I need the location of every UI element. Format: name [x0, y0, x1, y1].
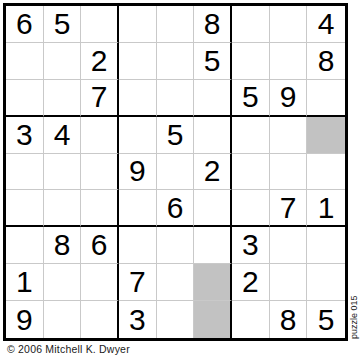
- cell-r9c6[interactable]: [194, 301, 232, 338]
- cell-r8c7: 2: [232, 264, 270, 301]
- cell-r5c4: 9: [119, 154, 157, 191]
- cell-r4c3[interactable]: [81, 117, 119, 154]
- cell-r1c7[interactable]: [232, 6, 270, 43]
- cell-r2c2[interactable]: [44, 43, 82, 80]
- cell-r5c8[interactable]: [270, 154, 308, 191]
- cell-r6c7[interactable]: [232, 190, 270, 227]
- cell-r9c4: 3: [119, 301, 157, 338]
- cell-r4c7[interactable]: [232, 117, 270, 154]
- cell-r3c8: 9: [270, 80, 308, 117]
- cell-r4c1: 3: [6, 117, 44, 154]
- cell-r3c7: 5: [232, 80, 270, 117]
- cell-r2c3: 2: [81, 43, 119, 80]
- cell-r5c7[interactable]: [232, 154, 270, 191]
- cell-r3c9[interactable]: [307, 80, 345, 117]
- cell-r6c1[interactable]: [6, 190, 44, 227]
- cell-r8c3[interactable]: [81, 264, 119, 301]
- cell-r3c5[interactable]: [157, 80, 195, 117]
- cell-r5c6: 2: [194, 154, 232, 191]
- cell-r9c9: 5: [307, 301, 345, 338]
- cell-r2c6: 5: [194, 43, 232, 80]
- cell-r7c9[interactable]: [307, 227, 345, 264]
- sudoku-board: 6584258759345926718631729385: [3, 3, 348, 341]
- cell-r5c2[interactable]: [44, 154, 82, 191]
- cell-r7c6[interactable]: [194, 227, 232, 264]
- cell-r6c9: 1: [307, 190, 345, 227]
- cell-r2c4[interactable]: [119, 43, 157, 80]
- cell-r6c5: 6: [157, 190, 195, 227]
- cell-r2c9: 8: [307, 43, 345, 80]
- cell-r1c9: 4: [307, 6, 345, 43]
- cell-r8c8[interactable]: [270, 264, 308, 301]
- cell-r9c3[interactable]: [81, 301, 119, 338]
- cell-r9c8: 8: [270, 301, 308, 338]
- cell-r5c3[interactable]: [81, 154, 119, 191]
- cell-r3c4[interactable]: [119, 80, 157, 117]
- cell-r9c7[interactable]: [232, 301, 270, 338]
- cell-r8c9[interactable]: [307, 264, 345, 301]
- cell-r9c1: 9: [6, 301, 44, 338]
- cell-r7c2: 8: [44, 227, 82, 264]
- cell-r4c6[interactable]: [194, 117, 232, 154]
- cell-r4c9[interactable]: [307, 117, 345, 154]
- cell-r1c4[interactable]: [119, 6, 157, 43]
- cell-r1c1: 6: [6, 6, 44, 43]
- cell-r8c5[interactable]: [157, 264, 195, 301]
- cell-r6c4[interactable]: [119, 190, 157, 227]
- cell-r1c2: 5: [44, 6, 82, 43]
- cell-r7c3: 6: [81, 227, 119, 264]
- cell-r2c1[interactable]: [6, 43, 44, 80]
- cell-r2c8[interactable]: [270, 43, 308, 80]
- cell-r8c4: 7: [119, 264, 157, 301]
- cell-r5c1[interactable]: [6, 154, 44, 191]
- cell-r1c3[interactable]: [81, 6, 119, 43]
- cell-r3c2[interactable]: [44, 80, 82, 117]
- cell-r2c7[interactable]: [232, 43, 270, 80]
- cell-r8c2[interactable]: [44, 264, 82, 301]
- cell-r7c8[interactable]: [270, 227, 308, 264]
- cell-r9c5[interactable]: [157, 301, 195, 338]
- cell-r4c4[interactable]: [119, 117, 157, 154]
- cell-r6c3[interactable]: [81, 190, 119, 227]
- cell-r4c2: 4: [44, 117, 82, 154]
- cell-r6c6[interactable]: [194, 190, 232, 227]
- cell-r7c5[interactable]: [157, 227, 195, 264]
- cell-r9c2[interactable]: [44, 301, 82, 338]
- cell-r1c8[interactable]: [270, 6, 308, 43]
- cell-r1c6: 8: [194, 6, 232, 43]
- cell-r1c5[interactable]: [157, 6, 195, 43]
- cell-r3c6[interactable]: [194, 80, 232, 117]
- cell-r7c7: 3: [232, 227, 270, 264]
- cell-r3c1[interactable]: [6, 80, 44, 117]
- cell-r8c1: 1: [6, 264, 44, 301]
- cell-r7c4[interactable]: [119, 227, 157, 264]
- cell-r6c2[interactable]: [44, 190, 82, 227]
- puzzle-number-label: puzzle 015: [349, 279, 360, 339]
- cell-r7c1[interactable]: [6, 227, 44, 264]
- cell-r3c3: 7: [81, 80, 119, 117]
- cell-r2c5[interactable]: [157, 43, 195, 80]
- cell-r8c6[interactable]: [194, 264, 232, 301]
- cell-r4c5: 5: [157, 117, 195, 154]
- cell-r6c8: 7: [270, 190, 308, 227]
- cell-r5c9[interactable]: [307, 154, 345, 191]
- cell-r4c8[interactable]: [270, 117, 308, 154]
- cell-r5c5[interactable]: [157, 154, 195, 191]
- copyright-text: © 2006 Mitchell K. Dwyer: [7, 343, 130, 355]
